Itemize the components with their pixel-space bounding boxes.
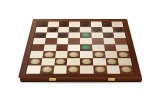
square-g3 — [104, 51, 117, 58]
square-f3 — [92, 51, 105, 58]
square-b3 — [42, 51, 55, 58]
square-c3 — [55, 51, 68, 58]
dark-piece — [60, 22, 68, 26]
dark-piece — [48, 27, 56, 31]
square-d2 — [67, 58, 80, 66]
square-c1 — [53, 66, 67, 74]
square-c2 — [54, 58, 67, 66]
light-piece — [107, 59, 117, 64]
brass-latch-right-icon — [108, 78, 115, 81]
square-h3 — [117, 51, 131, 58]
square-b4 — [43, 44, 56, 51]
square-d4 — [68, 44, 80, 51]
square-h1 — [119, 66, 134, 74]
square-h4 — [116, 44, 129, 51]
square-g2 — [105, 58, 119, 66]
square-f2 — [93, 58, 106, 66]
square-e1 — [80, 66, 94, 74]
dark-piece — [104, 33, 113, 37]
square-e4 — [80, 44, 92, 51]
dark-piece — [59, 33, 68, 37]
dark-piece — [81, 22, 89, 26]
green-piece — [82, 45, 91, 50]
dark-piece — [103, 22, 111, 26]
dark-piece — [92, 27, 100, 31]
light-piece — [42, 67, 52, 73]
square-b1 — [39, 66, 53, 74]
square-e2 — [80, 58, 93, 66]
square-f4 — [92, 44, 105, 51]
light-piece — [95, 67, 105, 73]
light-piece — [69, 52, 78, 57]
checkers-board — [26, 21, 134, 73]
dark-piece — [38, 22, 46, 26]
square-h2 — [118, 58, 132, 66]
square-f1 — [93, 66, 107, 74]
square-c4 — [56, 44, 69, 51]
board-tilt-plane — [18, 19, 142, 78]
light-piece — [119, 52, 129, 57]
photo-background — [0, 0, 165, 100]
light-piece — [94, 52, 103, 57]
dark-piece — [36, 33, 45, 37]
light-piece — [44, 52, 54, 57]
square-g1 — [106, 66, 120, 74]
square-d3 — [67, 51, 80, 58]
dark-piece — [70, 27, 78, 31]
light-piece — [121, 67, 132, 73]
light-piece — [82, 59, 91, 64]
square-b2 — [41, 58, 55, 66]
square-e3 — [80, 51, 93, 58]
board-front-edge — [20, 77, 142, 82]
light-piece — [30, 59, 40, 64]
square-d1 — [66, 66, 80, 74]
brass-latch-left-icon — [49, 78, 56, 81]
green-piece — [82, 33, 90, 37]
board-frame — [18, 19, 142, 78]
dark-piece — [114, 27, 123, 31]
light-piece — [68, 67, 78, 73]
light-piece — [56, 59, 66, 64]
